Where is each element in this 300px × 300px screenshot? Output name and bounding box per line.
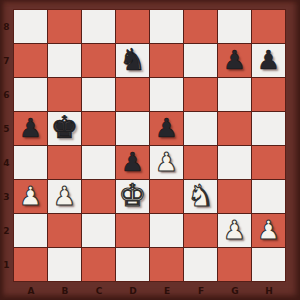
square-d5[interactable]: [116, 112, 149, 145]
square-a7[interactable]: [14, 44, 47, 77]
square-b4[interactable]: [48, 146, 81, 179]
square-a5[interactable]: ♟: [14, 112, 47, 145]
square-g4[interactable]: [218, 146, 251, 179]
chess-board-frame: 87654321 ♞♟♟♟♚♟♟♟♟♟♚♞♟♟ ABCDEFGH: [0, 0, 300, 300]
square-a3[interactable]: ♟: [14, 180, 47, 213]
square-e7[interactable]: [150, 44, 183, 77]
square-f6[interactable]: [184, 78, 217, 111]
square-e3[interactable]: [150, 180, 183, 213]
file-label-f: F: [184, 283, 218, 298]
square-a2[interactable]: [14, 214, 47, 247]
square-e4[interactable]: ♟: [150, 146, 183, 179]
square-f5[interactable]: [184, 112, 217, 145]
square-e8[interactable]: [150, 10, 183, 43]
square-c6[interactable]: [82, 78, 115, 111]
rank-label-1: 1: [0, 248, 13, 282]
rank-label-5: 5: [0, 112, 13, 146]
rank-label-4: 4: [0, 146, 13, 180]
black-pawn-e5[interactable]: ♟: [155, 115, 178, 141]
black-knight-d7[interactable]: ♞: [119, 45, 146, 75]
square-d6[interactable]: [116, 78, 149, 111]
black-pawn-g7[interactable]: ♟: [223, 47, 246, 73]
rank-label-7: 7: [0, 44, 13, 78]
square-c1[interactable]: [82, 248, 115, 281]
white-king-d3[interactable]: ♚: [119, 180, 147, 211]
square-c5[interactable]: [82, 112, 115, 145]
square-f2[interactable]: [184, 214, 217, 247]
square-g8[interactable]: [218, 10, 251, 43]
square-a1[interactable]: [14, 248, 47, 281]
square-c7[interactable]: [82, 44, 115, 77]
square-g2[interactable]: ♟: [218, 214, 251, 247]
square-h1[interactable]: [252, 248, 285, 281]
square-a8[interactable]: [14, 10, 47, 43]
square-a4[interactable]: [14, 146, 47, 179]
black-pawn-h7[interactable]: ♟: [257, 47, 280, 73]
square-c8[interactable]: [82, 10, 115, 43]
file-labels: ABCDEFGH: [14, 283, 286, 298]
white-knight-f3[interactable]: ♞: [187, 181, 214, 211]
square-g6[interactable]: [218, 78, 251, 111]
square-d3[interactable]: ♚: [116, 180, 149, 213]
square-d2[interactable]: [116, 214, 149, 247]
square-b7[interactable]: [48, 44, 81, 77]
square-c4[interactable]: [82, 146, 115, 179]
square-f8[interactable]: [184, 10, 217, 43]
square-a6[interactable]: [14, 78, 47, 111]
rank-label-6: 6: [0, 78, 13, 112]
square-b2[interactable]: [48, 214, 81, 247]
white-pawn-a3[interactable]: ♟: [19, 183, 42, 209]
square-e6[interactable]: [150, 78, 183, 111]
square-d8[interactable]: [116, 10, 149, 43]
square-b6[interactable]: [48, 78, 81, 111]
square-g1[interactable]: [218, 248, 251, 281]
rank-label-3: 3: [0, 180, 13, 214]
rank-labels: 87654321: [0, 10, 13, 282]
square-e2[interactable]: [150, 214, 183, 247]
file-label-d: D: [116, 283, 150, 298]
square-h4[interactable]: [252, 146, 285, 179]
square-h8[interactable]: [252, 10, 285, 43]
square-d4[interactable]: ♟: [116, 146, 149, 179]
board-grid: ♞♟♟♟♚♟♟♟♟♟♚♞♟♟: [13, 9, 286, 282]
square-e1[interactable]: [150, 248, 183, 281]
file-label-h: H: [252, 283, 286, 298]
square-h3[interactable]: [252, 180, 285, 213]
rank-label-2: 2: [0, 214, 13, 248]
square-f4[interactable]: [184, 146, 217, 179]
file-label-a: A: [14, 283, 48, 298]
square-g5[interactable]: [218, 112, 251, 145]
white-pawn-b3[interactable]: ♟: [53, 183, 76, 209]
black-pawn-d4[interactable]: ♟: [121, 149, 144, 175]
square-h6[interactable]: [252, 78, 285, 111]
square-h2[interactable]: ♟: [252, 214, 285, 247]
square-b3[interactable]: ♟: [48, 180, 81, 213]
rank-label-8: 8: [0, 10, 13, 44]
square-g3[interactable]: [218, 180, 251, 213]
square-b1[interactable]: [48, 248, 81, 281]
square-f7[interactable]: [184, 44, 217, 77]
black-king-b5[interactable]: ♚: [51, 112, 79, 143]
square-d7[interactable]: ♞: [116, 44, 149, 77]
square-h5[interactable]: [252, 112, 285, 145]
square-h7[interactable]: ♟: [252, 44, 285, 77]
black-pawn-a5[interactable]: ♟: [19, 115, 42, 141]
white-pawn-e4[interactable]: ♟: [155, 149, 178, 175]
square-f1[interactable]: [184, 248, 217, 281]
file-label-b: B: [48, 283, 82, 298]
square-c2[interactable]: [82, 214, 115, 247]
file-label-g: G: [218, 283, 252, 298]
square-d1[interactable]: [116, 248, 149, 281]
square-f3[interactable]: ♞: [184, 180, 217, 213]
white-pawn-h2[interactable]: ♟: [257, 217, 280, 243]
square-g7[interactable]: ♟: [218, 44, 251, 77]
square-e5[interactable]: ♟: [150, 112, 183, 145]
square-c3[interactable]: [82, 180, 115, 213]
square-b8[interactable]: [48, 10, 81, 43]
file-label-e: E: [150, 283, 184, 298]
square-b5[interactable]: ♚: [48, 112, 81, 145]
file-label-c: C: [82, 283, 116, 298]
white-pawn-g2[interactable]: ♟: [223, 217, 246, 243]
